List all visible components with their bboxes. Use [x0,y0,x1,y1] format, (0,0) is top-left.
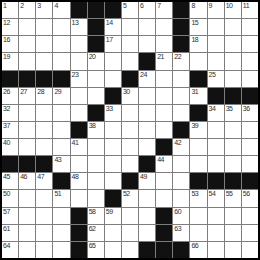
white-cell[interactable] [105,71,121,87]
black-cell [88,2,104,18]
clue-number: 9 [209,2,212,10]
clue-number: 48 [72,173,79,181]
black-cell [173,19,189,35]
white-cell[interactable] [139,208,155,224]
black-cell [71,208,87,224]
white-cell[interactable]: 41 [71,139,87,155]
white-cell[interactable] [36,36,52,52]
white-cell[interactable] [225,71,241,87]
white-cell[interactable]: 62 [88,225,104,241]
white-cell[interactable] [156,71,172,87]
white-cell[interactable] [19,190,35,206]
white-cell[interactable] [53,242,69,258]
black-cell [208,88,224,104]
white-cell[interactable] [190,53,206,69]
white-cell[interactable] [225,242,241,258]
clue-number: 58 [89,208,96,216]
white-cell[interactable] [242,208,258,224]
white-cell[interactable] [139,105,155,121]
white-cell[interactable] [71,36,87,52]
clue-number: 56 [243,190,250,198]
white-cell[interactable] [122,53,138,69]
black-cell [88,36,104,52]
white-cell[interactable]: 24 [139,71,155,87]
white-cell[interactable]: 3 [36,2,52,18]
white-cell[interactable]: 5 [122,2,138,18]
white-cell[interactable] [242,71,258,87]
white-cell[interactable]: 40 [2,139,18,155]
clue-number: 54 [209,190,216,198]
white-cell[interactable] [208,242,224,258]
clue-number: 12 [3,19,10,27]
clue-number: 38 [89,122,96,130]
black-cell [139,53,155,69]
white-cell[interactable] [122,208,138,224]
white-cell[interactable] [190,156,206,172]
white-cell[interactable] [139,36,155,52]
white-cell[interactable]: 10 [225,2,241,18]
white-cell[interactable] [122,225,138,241]
white-cell[interactable] [156,19,172,35]
clue-number: 51 [54,190,61,198]
white-cell[interactable] [53,225,69,241]
white-cell[interactable]: 65 [88,242,104,258]
white-cell[interactable] [88,71,104,87]
white-cell[interactable] [173,88,189,104]
white-cell[interactable]: 12 [2,19,18,35]
white-cell[interactable]: 18 [190,36,206,52]
white-cell[interactable]: 19 [2,53,18,69]
black-cell [139,242,155,258]
white-cell[interactable] [105,225,121,241]
clue-number: 16 [3,36,10,44]
white-cell[interactable] [122,156,138,172]
clue-number: 34 [209,105,216,113]
clue-number: 21 [157,53,164,61]
black-cell [190,71,206,87]
white-cell[interactable]: 48 [71,173,87,189]
clue-number: 62 [89,225,96,233]
white-cell[interactable] [225,225,241,241]
black-cell [156,225,172,241]
white-cell[interactable] [36,190,52,206]
white-cell[interactable] [225,19,241,35]
black-cell [242,88,258,104]
white-cell[interactable]: 8 [190,2,206,18]
clue-number: 52 [123,190,130,198]
white-cell[interactable] [190,208,206,224]
white-cell[interactable]: 66 [190,242,206,258]
white-cell[interactable] [53,122,69,138]
white-cell[interactable] [156,105,172,121]
black-cell [71,225,87,241]
white-cell[interactable] [105,156,121,172]
clue-number: 59 [106,208,113,216]
white-cell[interactable]: 39 [190,122,206,138]
white-cell[interactable] [225,36,241,52]
white-cell[interactable] [36,105,52,121]
white-cell[interactable] [208,156,224,172]
clue-number: 11 [243,2,249,10]
white-cell[interactable] [139,225,155,241]
black-cell [156,242,172,258]
white-cell[interactable]: 50 [2,190,18,206]
clue-number: 39 [191,122,198,130]
white-cell[interactable]: 54 [208,190,224,206]
white-cell[interactable] [19,105,35,121]
black-cell [105,2,121,18]
white-cell[interactable] [19,242,35,258]
white-cell[interactable] [53,53,69,69]
clue-number: 17 [106,36,113,44]
clue-number: 57 [3,208,10,216]
clue-number: 50 [3,190,10,198]
white-cell[interactable]: 7 [156,2,172,18]
black-cell [71,122,87,138]
white-cell[interactable]: 30 [122,88,138,104]
white-cell[interactable]: 16 [2,36,18,52]
clue-number: 19 [3,53,10,61]
white-cell[interactable] [19,139,35,155]
clue-number: 27 [20,88,27,96]
white-cell[interactable]: 42 [173,139,189,155]
white-cell[interactable] [88,173,104,189]
white-cell[interactable]: 46 [19,173,35,189]
white-cell[interactable] [225,53,241,69]
black-cell [105,88,121,104]
white-cell[interactable] [139,190,155,206]
clue-number: 53 [191,190,198,198]
white-cell[interactable]: 32 [2,105,18,121]
white-cell[interactable]: 26 [2,88,18,104]
white-cell[interactable] [71,53,87,69]
white-cell[interactable]: 60 [173,208,189,224]
white-cell[interactable]: 22 [173,53,189,69]
white-cell[interactable] [225,139,241,155]
black-cell [105,190,121,206]
clue-number: 30 [123,88,130,96]
white-cell[interactable] [208,139,224,155]
white-cell[interactable] [88,139,104,155]
black-cell [173,36,189,52]
clue-number: 13 [72,19,79,27]
white-cell[interactable] [173,173,189,189]
white-cell[interactable] [105,242,121,258]
white-cell[interactable] [71,190,87,206]
black-cell [71,2,87,18]
crossword-grid: 1234567891011121314151617181920212223242… [0,0,260,260]
white-cell[interactable]: 38 [88,122,104,138]
white-cell[interactable] [208,19,224,35]
white-cell[interactable] [225,122,241,138]
white-cell[interactable] [122,122,138,138]
clue-number: 35 [226,105,233,113]
white-cell[interactable]: 44 [156,156,172,172]
clue-number: 28 [37,88,44,96]
white-cell[interactable] [19,53,35,69]
clue-number: 14 [106,19,113,27]
white-cell[interactable] [105,139,121,155]
white-cell[interactable] [122,19,138,35]
clue-number: 15 [191,19,198,27]
white-cell[interactable]: 34 [208,105,224,121]
white-cell[interactable]: 36 [242,105,258,121]
white-cell[interactable] [36,53,52,69]
clue-number: 1 [3,2,6,10]
clue-number: 32 [3,105,10,113]
white-cell[interactable] [190,225,206,241]
white-cell[interactable] [88,88,104,104]
white-cell[interactable] [105,53,121,69]
black-cell [225,88,241,104]
black-cell [71,242,87,258]
white-cell[interactable]: 29 [53,88,69,104]
white-cell[interactable]: 13 [71,19,87,35]
white-cell[interactable] [122,36,138,52]
white-cell[interactable]: 55 [225,190,241,206]
white-cell[interactable] [19,208,35,224]
clue-number: 47 [37,173,44,181]
white-cell[interactable] [36,122,52,138]
clue-number: 22 [174,53,181,61]
clue-number: 66 [191,242,198,250]
black-cell [190,105,206,121]
white-cell[interactable]: 47 [36,173,52,189]
clue-number: 43 [54,156,61,164]
white-cell[interactable] [71,88,87,104]
white-cell[interactable]: 43 [53,156,69,172]
white-cell[interactable]: 49 [139,173,155,189]
white-cell[interactable]: 25 [208,71,224,87]
white-cell[interactable]: 35 [225,105,241,121]
white-cell[interactable] [225,156,241,172]
white-cell[interactable] [53,208,69,224]
clue-number: 36 [243,105,250,113]
white-cell[interactable]: 56 [242,190,258,206]
white-cell[interactable] [208,53,224,69]
white-cell[interactable]: 21 [156,53,172,69]
clue-number: 5 [123,2,126,10]
clue-number: 46 [20,173,27,181]
white-cell[interactable]: 33 [105,105,121,121]
white-cell[interactable]: 20 [88,53,104,69]
white-cell[interactable] [88,190,104,206]
white-cell[interactable] [36,19,52,35]
white-cell[interactable] [173,71,189,87]
black-cell [190,173,206,189]
white-cell[interactable]: 58 [88,208,104,224]
white-cell[interactable] [173,105,189,121]
clue-number: 64 [3,242,10,250]
clue-number: 61 [3,225,10,233]
black-cell [156,208,172,224]
clue-number: 33 [106,105,113,113]
white-cell[interactable] [71,105,87,121]
white-cell[interactable] [122,139,138,155]
clue-number: 45 [3,173,10,181]
black-cell [36,71,52,87]
white-cell[interactable] [19,122,35,138]
black-cell [173,122,189,138]
clue-number: 49 [140,173,147,181]
clue-number: 18 [191,36,198,44]
black-cell [122,173,138,189]
white-cell[interactable] [19,36,35,52]
white-cell[interactable] [122,105,138,121]
black-cell [88,105,104,121]
clue-number: 23 [72,71,79,79]
white-cell[interactable]: 63 [173,225,189,241]
white-cell[interactable] [36,139,52,155]
white-cell[interactable] [242,36,258,52]
black-cell [19,71,35,87]
white-cell[interactable]: 61 [2,225,18,241]
black-cell [36,156,52,172]
white-cell[interactable] [36,225,52,241]
white-cell[interactable] [156,36,172,52]
white-cell[interactable]: 59 [105,208,121,224]
white-cell[interactable] [139,88,155,104]
white-cell[interactable] [36,208,52,224]
black-cell [225,173,241,189]
clue-number: 8 [191,2,194,10]
clue-number: 7 [157,2,160,10]
white-cell[interactable] [122,242,138,258]
clue-number: 44 [157,156,164,164]
clue-number: 2 [20,2,23,10]
black-cell [19,156,35,172]
white-cell[interactable]: 31 [190,88,206,104]
white-cell[interactable] [242,225,258,241]
clue-number: 4 [54,2,57,10]
clue-number: 6 [140,2,143,10]
white-cell[interactable]: 1 [2,2,18,18]
white-cell[interactable] [208,208,224,224]
white-cell[interactable] [173,156,189,172]
white-cell[interactable] [208,225,224,241]
white-cell[interactable] [173,190,189,206]
black-cell [139,156,155,172]
black-cell [173,242,189,258]
white-cell[interactable] [53,36,69,52]
white-cell[interactable] [156,173,172,189]
white-cell[interactable] [156,88,172,104]
white-cell[interactable] [53,139,69,155]
white-cell[interactable]: 11 [242,2,258,18]
white-cell[interactable] [242,242,258,258]
white-cell[interactable] [190,139,206,155]
white-cell[interactable]: 53 [190,190,206,206]
clue-number: 55 [226,190,233,198]
white-cell[interactable]: 14 [105,19,121,35]
white-cell[interactable]: 57 [2,208,18,224]
black-cell [173,2,189,18]
white-cell[interactable] [139,139,155,155]
white-cell[interactable] [19,225,35,241]
white-cell[interactable] [19,19,35,35]
white-cell[interactable]: 51 [53,190,69,206]
black-cell [208,173,224,189]
clue-number: 24 [140,71,147,79]
black-cell [2,71,18,87]
white-cell[interactable] [71,156,87,172]
white-cell[interactable]: 28 [36,88,52,104]
clue-number: 3 [37,2,40,10]
white-cell[interactable]: 4 [53,2,69,18]
clue-number: 20 [89,53,96,61]
white-cell[interactable] [156,190,172,206]
clue-number: 37 [3,122,10,130]
white-cell[interactable]: 45 [2,173,18,189]
black-cell [156,139,172,155]
black-cell [53,71,69,87]
black-cell [2,156,18,172]
clue-number: 63 [174,225,181,233]
clue-number: 25 [209,71,216,79]
white-cell[interactable]: 27 [19,88,35,104]
clue-number: 60 [174,208,181,216]
white-cell[interactable] [242,139,258,155]
white-cell[interactable] [105,173,121,189]
black-cell [88,19,104,35]
white-cell[interactable]: 64 [2,242,18,258]
white-cell[interactable] [53,19,69,35]
black-cell [242,173,258,189]
white-cell[interactable] [139,122,155,138]
white-cell[interactable] [36,242,52,258]
white-cell[interactable]: 6 [139,2,155,18]
white-cell[interactable] [53,105,69,121]
clue-number: 29 [54,88,61,96]
white-cell[interactable] [156,122,172,138]
white-cell[interactable] [208,122,224,138]
white-cell[interactable]: 37 [2,122,18,138]
clue-number: 10 [226,2,233,10]
clue-number: 26 [3,88,10,96]
white-cell[interactable]: 9 [208,2,224,18]
black-cell [53,173,69,189]
white-cell[interactable] [105,122,121,138]
white-cell[interactable] [242,19,258,35]
white-cell[interactable]: 17 [105,36,121,52]
white-cell[interactable] [88,156,104,172]
clue-number: 40 [3,139,10,147]
clue-number: 42 [174,139,181,147]
black-cell [122,71,138,87]
white-cell[interactable]: 52 [122,190,138,206]
white-cell[interactable]: 23 [71,71,87,87]
clue-number: 65 [89,242,96,250]
white-cell[interactable] [208,36,224,52]
white-cell[interactable] [139,19,155,35]
white-cell[interactable] [242,122,258,138]
white-cell[interactable] [242,53,258,69]
white-cell[interactable] [225,208,241,224]
white-cell[interactable]: 2 [19,2,35,18]
clue-number: 41 [72,139,79,147]
white-cell[interactable]: 15 [190,19,206,35]
white-cell[interactable] [242,156,258,172]
clue-number: 31 [191,88,198,96]
